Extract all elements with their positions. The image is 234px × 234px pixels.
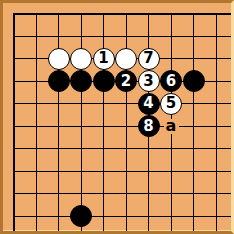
black-stone-move-8: 8 — [138, 115, 160, 137]
white-stone-move-3: 3 — [138, 70, 160, 92]
grid-line-vertical-3 — [58, 13, 59, 232]
black-stone-move-4: 4 — [138, 93, 160, 115]
grid-line-horizontal-5 — [13, 103, 232, 104]
white-stone — [48, 48, 70, 70]
black-stone-move-6: 6 — [160, 70, 182, 92]
grid-line-vertical-4 — [81, 13, 82, 232]
grid-line-horizontal-1 — [13, 13, 232, 15]
black-stone — [70, 205, 92, 227]
go-board: 17236458a — [0, 0, 234, 234]
white-stone — [70, 48, 92, 70]
grid-line-horizontal-10 — [13, 216, 232, 217]
point-label-a: a — [164, 119, 179, 134]
black-stone — [183, 70, 205, 92]
grid-line-vertical-6 — [126, 13, 127, 232]
grid-line-horizontal-2 — [13, 36, 232, 37]
grid-line-horizontal-8 — [13, 171, 232, 172]
grid-line-vertical-2 — [36, 13, 37, 232]
white-stone-move-1: 1 — [93, 48, 115, 70]
white-stone — [115, 48, 137, 70]
grid-line-horizontal-7 — [13, 148, 232, 149]
white-stone-move-7: 7 — [138, 48, 160, 70]
grid-line-horizontal-6 — [13, 126, 232, 127]
grid-line-vertical-5 — [103, 13, 104, 232]
black-stone-move-2: 2 — [115, 70, 137, 92]
grid-line-vertical-1 — [13, 13, 15, 232]
grid-line-vertical-10 — [216, 13, 217, 232]
grid-line-horizontal-9 — [13, 193, 232, 194]
white-stone-move-5: 5 — [160, 93, 182, 115]
black-stone — [48, 70, 70, 92]
black-stone — [93, 70, 115, 92]
grid-line-vertical-9 — [193, 13, 194, 232]
black-stone — [70, 70, 92, 92]
